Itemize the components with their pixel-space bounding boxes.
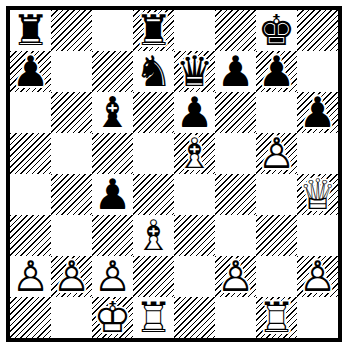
- piece-black-pawn[interactable]: ♟: [297, 92, 338, 133]
- square-b3[interactable]: [51, 215, 92, 256]
- piece-black-bishop[interactable]: ♝: [92, 92, 133, 133]
- square-e3[interactable]: [174, 215, 215, 256]
- white-piece-outline-glyph: ♖: [256, 297, 297, 338]
- square-g2[interactable]: [256, 256, 297, 297]
- square-a4[interactable]: [10, 174, 51, 215]
- piece-black-pawn[interactable]: ♟: [92, 174, 133, 215]
- board-frame: ♜♜♚♟♞♛♟♟♝♟♟♝♗♟♙♟♛♕♝♗♟♙♟♙♟♙♟♙♟♙♚♔♜♖♜♖: [6, 6, 342, 342]
- square-b5[interactable]: [51, 133, 92, 174]
- piece-black-pawn[interactable]: ♟: [256, 51, 297, 92]
- square-e6[interactable]: ♟: [174, 92, 215, 133]
- square-d2[interactable]: [133, 256, 174, 297]
- square-f1[interactable]: [215, 297, 256, 338]
- piece-black-knight[interactable]: ♞: [133, 51, 174, 92]
- square-c4[interactable]: ♟: [92, 174, 133, 215]
- square-g7[interactable]: ♟: [256, 51, 297, 92]
- piece-white-bishop[interactable]: ♝♗: [174, 133, 215, 174]
- square-e1[interactable]: [174, 297, 215, 338]
- square-c2[interactable]: ♟♙: [92, 256, 133, 297]
- square-b2[interactable]: ♟♙: [51, 256, 92, 297]
- square-b7[interactable]: [51, 51, 92, 92]
- white-piece-outline-glyph: ♙: [215, 256, 256, 297]
- white-piece-outline-glyph: ♕: [297, 174, 338, 215]
- square-h6[interactable]: ♟: [297, 92, 338, 133]
- piece-white-queen[interactable]: ♛♕: [297, 174, 338, 215]
- square-a1[interactable]: [10, 297, 51, 338]
- piece-white-rook[interactable]: ♜♖: [256, 297, 297, 338]
- piece-black-rook[interactable]: ♜: [10, 10, 51, 51]
- white-piece-outline-glyph: ♗: [133, 215, 174, 256]
- black-piece-glyph: ♜: [10, 10, 51, 51]
- square-d8[interactable]: ♜: [133, 10, 174, 51]
- square-b4[interactable]: [51, 174, 92, 215]
- white-piece-outline-glyph: ♙: [51, 256, 92, 297]
- square-g5[interactable]: ♟♙: [256, 133, 297, 174]
- square-e4[interactable]: [174, 174, 215, 215]
- piece-black-pawn[interactable]: ♟: [10, 51, 51, 92]
- square-b6[interactable]: [51, 92, 92, 133]
- piece-white-bishop[interactable]: ♝♗: [133, 215, 174, 256]
- square-a6[interactable]: [10, 92, 51, 133]
- black-piece-glyph: ♟: [174, 92, 215, 133]
- square-a3[interactable]: [10, 215, 51, 256]
- square-g8[interactable]: ♚: [256, 10, 297, 51]
- piece-black-king[interactable]: ♚: [256, 10, 297, 51]
- square-g6[interactable]: [256, 92, 297, 133]
- white-piece-outline-glyph: ♗: [174, 133, 215, 174]
- piece-black-rook[interactable]: ♜: [133, 10, 174, 51]
- square-d3[interactable]: ♝♗: [133, 215, 174, 256]
- square-c5[interactable]: [92, 133, 133, 174]
- piece-white-pawn[interactable]: ♟♙: [215, 256, 256, 297]
- square-f5[interactable]: [215, 133, 256, 174]
- white-piece-outline-glyph: ♙: [10, 256, 51, 297]
- black-piece-glyph: ♛: [174, 51, 215, 92]
- square-h4[interactable]: ♛♕: [297, 174, 338, 215]
- black-piece-glyph: ♟: [256, 51, 297, 92]
- square-d6[interactable]: [133, 92, 174, 133]
- square-a7[interactable]: ♟: [10, 51, 51, 92]
- square-b8[interactable]: [51, 10, 92, 51]
- square-g4[interactable]: [256, 174, 297, 215]
- square-f8[interactable]: [215, 10, 256, 51]
- piece-black-pawn[interactable]: ♟: [174, 92, 215, 133]
- square-e7[interactable]: ♛: [174, 51, 215, 92]
- chessboard: ♜♜♚♟♞♛♟♟♝♟♟♝♗♟♙♟♛♕♝♗♟♙♟♙♟♙♟♙♟♙♚♔♜♖♜♖: [10, 10, 338, 338]
- black-piece-glyph: ♟: [92, 174, 133, 215]
- square-b1[interactable]: [51, 297, 92, 338]
- black-piece-glyph: ♟: [215, 51, 256, 92]
- square-a2[interactable]: ♟♙: [10, 256, 51, 297]
- square-h7[interactable]: [297, 51, 338, 92]
- piece-white-pawn[interactable]: ♟♙: [256, 133, 297, 174]
- black-piece-glyph: ♟: [10, 51, 51, 92]
- white-piece-outline-glyph: ♔: [92, 297, 133, 338]
- square-h5[interactable]: [297, 133, 338, 174]
- square-g1[interactable]: ♜♖: [256, 297, 297, 338]
- white-piece-outline-glyph: ♙: [92, 256, 133, 297]
- square-c3[interactable]: [92, 215, 133, 256]
- square-f4[interactable]: [215, 174, 256, 215]
- piece-white-pawn[interactable]: ♟♙: [10, 256, 51, 297]
- square-f3[interactable]: [215, 215, 256, 256]
- square-a8[interactable]: ♜: [10, 10, 51, 51]
- square-g3[interactable]: [256, 215, 297, 256]
- piece-black-queen[interactable]: ♛: [174, 51, 215, 92]
- black-piece-glyph: ♝: [92, 92, 133, 133]
- black-piece-glyph: ♞: [133, 51, 174, 92]
- piece-white-pawn[interactable]: ♟♙: [51, 256, 92, 297]
- piece-white-king[interactable]: ♚♔: [92, 297, 133, 338]
- piece-white-pawn[interactable]: ♟♙: [92, 256, 133, 297]
- piece-white-pawn[interactable]: ♟♙: [297, 256, 338, 297]
- piece-black-pawn[interactable]: ♟: [215, 51, 256, 92]
- square-e2[interactable]: [174, 256, 215, 297]
- square-d7[interactable]: ♞: [133, 51, 174, 92]
- square-f6[interactable]: [215, 92, 256, 133]
- square-c7[interactable]: [92, 51, 133, 92]
- black-piece-glyph: ♜: [133, 10, 174, 51]
- square-a5[interactable]: [10, 133, 51, 174]
- square-f2[interactable]: ♟♙: [215, 256, 256, 297]
- square-h8[interactable]: [297, 10, 338, 51]
- square-h1[interactable]: [297, 297, 338, 338]
- square-e8[interactable]: [174, 10, 215, 51]
- square-d1[interactable]: ♜♖: [133, 297, 174, 338]
- square-c8[interactable]: [92, 10, 133, 51]
- square-e5[interactable]: ♝♗: [174, 133, 215, 174]
- black-piece-glyph: ♚: [256, 10, 297, 51]
- white-piece-outline-glyph: ♖: [133, 297, 174, 338]
- square-c6[interactable]: ♝: [92, 92, 133, 133]
- square-f7[interactable]: ♟: [215, 51, 256, 92]
- square-h3[interactable]: [297, 215, 338, 256]
- white-piece-outline-glyph: ♙: [297, 256, 338, 297]
- square-c1[interactable]: ♚♔: [92, 297, 133, 338]
- square-h2[interactable]: ♟♙: [297, 256, 338, 297]
- square-d4[interactable]: [133, 174, 174, 215]
- square-d5[interactable]: [133, 133, 174, 174]
- white-piece-outline-glyph: ♙: [256, 133, 297, 174]
- piece-white-rook[interactable]: ♜♖: [133, 297, 174, 338]
- black-piece-glyph: ♟: [297, 92, 338, 133]
